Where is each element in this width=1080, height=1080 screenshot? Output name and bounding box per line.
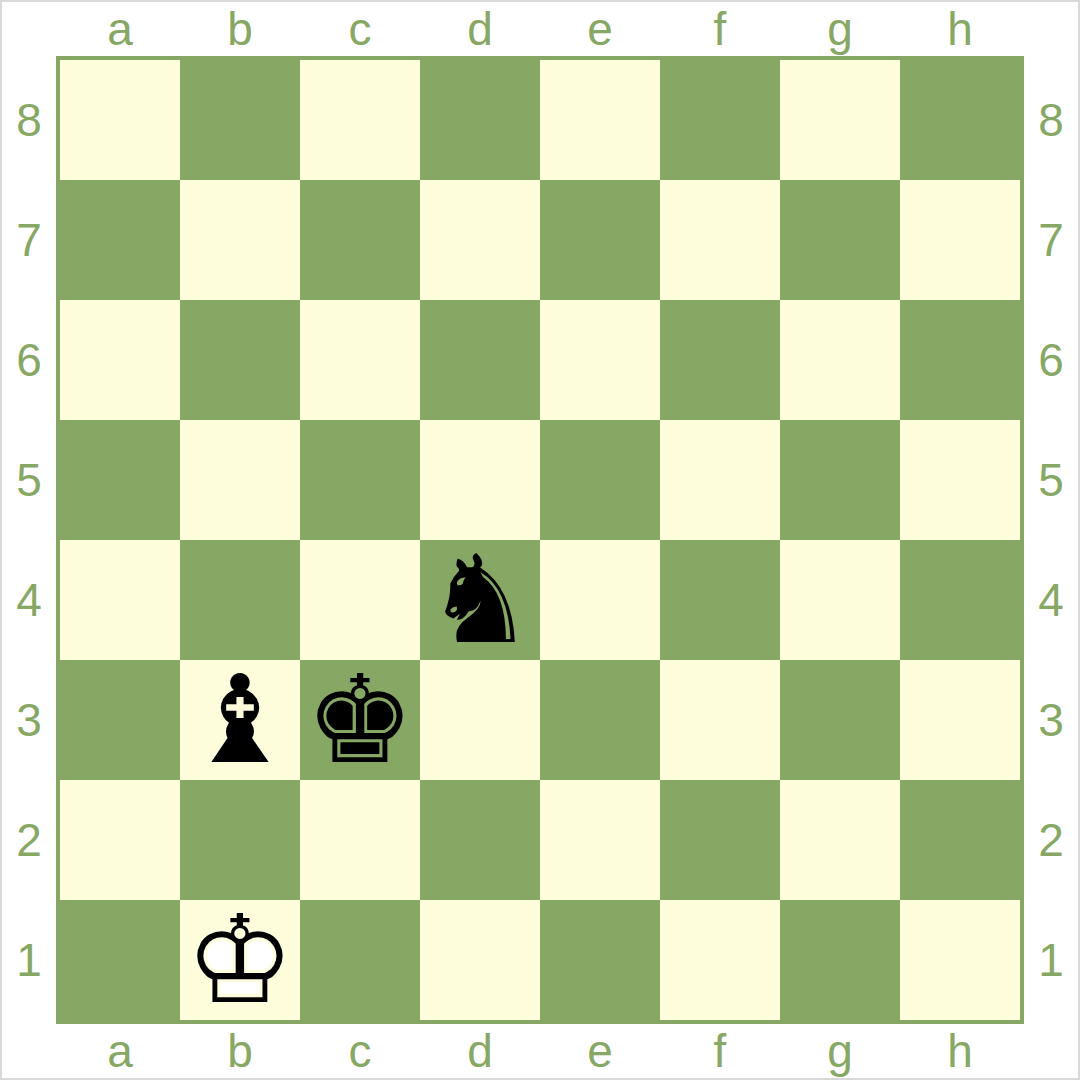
- file-label-d: d: [467, 1024, 493, 1078]
- file-label-f: f: [714, 1024, 727, 1078]
- square-c6[interactable]: [300, 300, 420, 420]
- square-b6[interactable]: [180, 300, 300, 420]
- square-h6[interactable]: [900, 300, 1020, 420]
- square-a8[interactable]: [60, 60, 180, 180]
- square-c3[interactable]: ♚: [300, 660, 420, 780]
- file-label-a: a: [107, 2, 133, 56]
- square-h7[interactable]: [900, 180, 1020, 300]
- file-label-e: e: [587, 1024, 613, 1078]
- white-king: ♚♔: [185, 900, 294, 1020]
- square-a6[interactable]: [60, 300, 180, 420]
- rank-label-2: 2: [16, 813, 42, 867]
- square-h1[interactable]: [900, 900, 1020, 1020]
- square-f7[interactable]: [660, 180, 780, 300]
- rank-label-3: 3: [1038, 693, 1064, 747]
- square-e7[interactable]: [540, 180, 660, 300]
- square-f6[interactable]: [660, 300, 780, 420]
- rank-label-5: 5: [1038, 453, 1064, 507]
- rank-label-1: 1: [16, 933, 42, 987]
- square-b7[interactable]: [180, 180, 300, 300]
- square-b4[interactable]: [180, 540, 300, 660]
- square-f3[interactable]: [660, 660, 780, 780]
- square-a1[interactable]: [60, 900, 180, 1020]
- square-f2[interactable]: [660, 780, 780, 900]
- file-label-g: g: [827, 2, 853, 56]
- file-label-e: e: [587, 2, 613, 56]
- file-label-g: g: [827, 1024, 853, 1078]
- square-c5[interactable]: [300, 420, 420, 540]
- square-b1[interactable]: ♚♔: [180, 900, 300, 1020]
- rank-label-8: 8: [1038, 93, 1064, 147]
- square-f5[interactable]: [660, 420, 780, 540]
- chess-board: ♞♝♚♚♔: [56, 56, 1024, 1024]
- square-d6[interactable]: [420, 300, 540, 420]
- square-g3[interactable]: [780, 660, 900, 780]
- square-e3[interactable]: [540, 660, 660, 780]
- square-b8[interactable]: [180, 60, 300, 180]
- square-a2[interactable]: [60, 780, 180, 900]
- square-e6[interactable]: [540, 300, 660, 420]
- square-h4[interactable]: [900, 540, 1020, 660]
- rank-label-3: 3: [16, 693, 42, 747]
- rank-label-5: 5: [16, 453, 42, 507]
- square-h5[interactable]: [900, 420, 1020, 540]
- file-label-a: a: [107, 1024, 133, 1078]
- rank-label-4: 4: [1038, 573, 1064, 627]
- square-e5[interactable]: [540, 420, 660, 540]
- square-e8[interactable]: [540, 60, 660, 180]
- chess-diagram: abcdefgh 87654321 ♞♝♚♚♔ 87654321 abcdefg…: [0, 0, 1080, 1080]
- file-label-b: b: [227, 2, 253, 56]
- black-bishop: ♝: [185, 660, 294, 780]
- rank-label-8: 8: [16, 93, 42, 147]
- file-label-c: c: [349, 2, 372, 56]
- square-d2[interactable]: [420, 780, 540, 900]
- square-g1[interactable]: [780, 900, 900, 1020]
- file-labels-top: abcdefgh: [60, 2, 1020, 56]
- square-h3[interactable]: [900, 660, 1020, 780]
- file-label-c: c: [349, 1024, 372, 1078]
- file-label-d: d: [467, 2, 493, 56]
- square-d8[interactable]: [420, 60, 540, 180]
- square-d5[interactable]: [420, 420, 540, 540]
- rank-label-1: 1: [1038, 933, 1064, 987]
- rank-labels-left: 87654321: [2, 60, 56, 1020]
- rank-label-7: 7: [1038, 213, 1064, 267]
- square-c1[interactable]: [300, 900, 420, 1020]
- square-g8[interactable]: [780, 60, 900, 180]
- rank-label-6: 6: [1038, 333, 1064, 387]
- square-d1[interactable]: [420, 900, 540, 1020]
- black-knight: ♞: [425, 540, 534, 660]
- file-label-f: f: [714, 2, 727, 56]
- square-a3[interactable]: [60, 660, 180, 780]
- file-label-h: h: [947, 2, 973, 56]
- file-labels-bottom: abcdefgh: [60, 1024, 1020, 1078]
- square-f1[interactable]: [660, 900, 780, 1020]
- square-c4[interactable]: [300, 540, 420, 660]
- file-label-b: b: [227, 1024, 253, 1078]
- square-h2[interactable]: [900, 780, 1020, 900]
- square-g7[interactable]: [780, 180, 900, 300]
- square-g5[interactable]: [780, 420, 900, 540]
- square-g2[interactable]: [780, 780, 900, 900]
- square-b5[interactable]: [180, 420, 300, 540]
- square-g4[interactable]: [780, 540, 900, 660]
- square-e4[interactable]: [540, 540, 660, 660]
- rank-label-2: 2: [1038, 813, 1064, 867]
- rank-label-7: 7: [16, 213, 42, 267]
- square-b3[interactable]: ♝: [180, 660, 300, 780]
- square-e1[interactable]: [540, 900, 660, 1020]
- white-king-outline: ♔: [185, 900, 294, 1020]
- rank-label-6: 6: [16, 333, 42, 387]
- square-a5[interactable]: [60, 420, 180, 540]
- square-f8[interactable]: [660, 60, 780, 180]
- square-e2[interactable]: [540, 780, 660, 900]
- square-c7[interactable]: [300, 180, 420, 300]
- square-c8[interactable]: [300, 60, 420, 180]
- file-label-h: h: [947, 1024, 973, 1078]
- square-a7[interactable]: [60, 180, 180, 300]
- rank-labels-right: 87654321: [1024, 60, 1078, 1020]
- square-g6[interactable]: [780, 300, 900, 420]
- square-d3[interactable]: [420, 660, 540, 780]
- rank-label-4: 4: [16, 573, 42, 627]
- black-king: ♚: [305, 660, 414, 780]
- square-b2[interactable]: [180, 780, 300, 900]
- square-a4[interactable]: [60, 540, 180, 660]
- square-c2[interactable]: [300, 780, 420, 900]
- square-d7[interactable]: [420, 180, 540, 300]
- square-h8[interactable]: [900, 60, 1020, 180]
- square-f4[interactable]: [660, 540, 780, 660]
- square-d4[interactable]: ♞: [420, 540, 540, 660]
